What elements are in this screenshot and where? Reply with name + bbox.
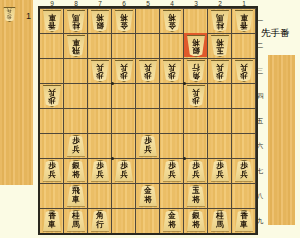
piece-sente-歩兵-77[interactable]: 歩兵 (90, 160, 110, 182)
piece-gote-玉将-22[interactable]: 玉将 (210, 35, 230, 57)
piece-gote-桂馬-81[interactable]: 桂馬 (66, 10, 86, 32)
file-label-4: 4 (160, 0, 184, 7)
sente-hand-stand (268, 55, 295, 225)
gote-hand-stand: 歩兵 1 (0, 0, 33, 185)
piece-gote-歩兵-63[interactable]: 歩兵 (114, 60, 134, 82)
piece-sente-玉将-38[interactable]: 玉将 (186, 185, 206, 207)
piece-sente-銀将-87[interactable]: 銀将 (66, 160, 86, 182)
piece-sente-銀将-39[interactable]: 銀将 (186, 210, 206, 232)
file-label-6: 6 (112, 0, 136, 7)
file-label-2: 2 (208, 0, 232, 7)
rank-label-7: 七 (256, 167, 264, 175)
file-label-1: 1 (232, 0, 256, 7)
star-point (183, 82, 186, 85)
piece-sente-香車-99[interactable]: 香車 (42, 210, 62, 232)
piece-gote-香車-11[interactable]: 香車 (234, 10, 254, 32)
piece-sente-金将-58[interactable]: 金将 (138, 185, 158, 207)
piece-gote-歩兵-23[interactable]: 歩兵 (210, 60, 230, 82)
piece-gote-歩兵-13[interactable]: 歩兵 (234, 60, 254, 82)
piece-sente-歩兵-37[interactable]: 歩兵 (186, 160, 206, 182)
piece-gote-桂馬-21[interactable]: 桂馬 (210, 10, 230, 32)
piece-sente-歩兵-86[interactable]: 歩兵 (66, 135, 86, 157)
rank-label-3: 三 (256, 67, 264, 75)
piece-gote-歩兵-73[interactable]: 歩兵 (90, 60, 110, 82)
rank-label-8: 八 (256, 192, 264, 200)
rank-label-5: 五 (256, 117, 264, 125)
piece-sente-角行-79[interactable]: 角行 (90, 210, 110, 232)
piece-sente-金将-49[interactable]: 金将 (162, 210, 182, 232)
piece-sente-歩兵-56[interactable]: 歩兵 (138, 135, 158, 157)
rank-label-4: 四 (256, 92, 264, 100)
rank-label-6: 六 (256, 142, 264, 150)
piece-sente-歩兵-27[interactable]: 歩兵 (210, 160, 230, 182)
piece-gote-歩兵-43[interactable]: 歩兵 (162, 60, 182, 82)
file-label-8: 8 (64, 0, 88, 7)
file-label-9: 9 (40, 0, 64, 7)
piece-gote-歩兵-94[interactable]: 歩兵 (42, 85, 62, 107)
star-point (111, 82, 114, 85)
piece-gote-歩兵-34[interactable]: 歩兵 (186, 85, 206, 107)
turn-indicator: 先手番 (261, 27, 300, 38)
piece-sente-飛車-88[interactable]: 飛車 (66, 185, 86, 207)
piece-sente-香車-19[interactable]: 香車 (234, 210, 254, 232)
file-label-7: 7 (88, 0, 112, 7)
piece-gote-金将-61[interactable]: 金将 (114, 10, 134, 32)
piece-gote-歩兵-hand[interactable]: 歩兵 (3, 7, 16, 22)
rank-label-9: 九 (256, 217, 264, 225)
piece-sente-歩兵-67[interactable]: 歩兵 (114, 160, 134, 182)
piece-gote-香車-91[interactable]: 香車 (42, 10, 62, 32)
file-label-5: 5 (136, 0, 160, 7)
piece-gote-銀将-71[interactable]: 銀将 (90, 10, 110, 32)
star-point (111, 157, 114, 160)
piece-sente-桂馬-29[interactable]: 桂馬 (210, 210, 230, 232)
piece-sente-歩兵-47[interactable]: 歩兵 (162, 160, 182, 182)
board[interactable]: 香車桂馬銀将金将金将桂馬香車飛車銀将玉将歩兵歩兵歩兵歩兵角行歩兵歩兵歩兵歩兵歩兵… (38, 6, 258, 235)
piece-gote-飛車-82[interactable]: 飛車 (66, 35, 86, 57)
piece-gote-角行-33[interactable]: 角行 (186, 60, 206, 82)
gote-hand-pawn-count: 1 (26, 11, 31, 21)
piece-sente-歩兵-17[interactable]: 歩兵 (234, 160, 254, 182)
piece-gote-金将-41[interactable]: 金将 (162, 10, 182, 32)
shogi-app: 歩兵 1 香車桂馬銀将金将金将桂馬香車飛車銀将玉将歩兵歩兵歩兵歩兵角行歩兵歩兵歩… (0, 0, 300, 238)
rank-label-2: 二 (256, 42, 264, 50)
piece-sente-歩兵-97[interactable]: 歩兵 (42, 160, 62, 182)
piece-gote-歩兵-53[interactable]: 歩兵 (138, 60, 158, 82)
rank-label-1: 一 (256, 17, 264, 25)
piece-sente-桂馬-89[interactable]: 桂馬 (66, 210, 86, 232)
star-point (183, 157, 186, 160)
file-label-3: 3 (184, 0, 208, 7)
